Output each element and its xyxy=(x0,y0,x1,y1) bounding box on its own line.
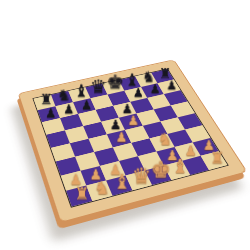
wooden-board-frame: ♜♞♝♛♚♝♞♜♟♟♟♟♟♟♟♟♟♟♞♟♟♟♟♟♟♜♞♝♛♚♝♜ xyxy=(19,60,246,222)
square-h1: ♜ xyxy=(201,151,228,170)
chess-board-tilted: ♜♞♝♛♚♝♞♜♟♟♟♟♟♟♟♟♟♟♞♟♟♟♟♟♟♜♞♝♛♚♝♜ xyxy=(19,60,246,222)
chess-board: ♜♞♝♛♚♝♞♜♟♟♟♟♟♟♟♟♟♟♞♟♟♟♟♟♟♜♞♝♛♚♝♜ xyxy=(32,69,228,208)
piece-white-pawn-h2: ♟ xyxy=(195,139,222,152)
product-photo-scene: ♜♞♝♛♚♝♞♜♟♟♟♟♟♟♟♟♟♟♞♟♟♟♟♟♟♜♞♝♛♚♝♜ xyxy=(0,0,250,250)
